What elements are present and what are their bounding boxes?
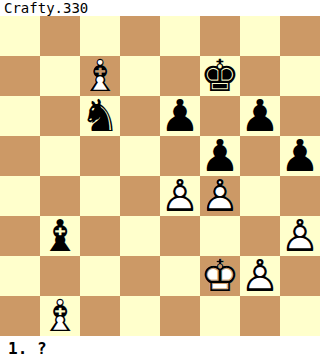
square-g6[interactable]: ♟ (240, 96, 280, 136)
square-c6[interactable]: ♞ (80, 96, 120, 136)
square-b3[interactable]: ♝ (40, 216, 80, 256)
piece-white-king: ♔ (200, 256, 240, 296)
window-title: Crafty.330 (0, 0, 320, 16)
piece-white-bishop-fill: ♝ (80, 56, 120, 96)
square-d6[interactable] (120, 96, 160, 136)
square-a8[interactable] (0, 16, 40, 56)
square-h3[interactable]: ♟♙ (280, 216, 320, 256)
square-g1[interactable] (240, 296, 280, 336)
square-d4[interactable] (120, 176, 160, 216)
piece-black-bishop: ♝ (40, 216, 80, 256)
square-c4[interactable] (80, 176, 120, 216)
square-c5[interactable] (80, 136, 120, 176)
piece-white-bishop: ♗ (80, 56, 120, 96)
square-b1[interactable]: ♝♗ (40, 296, 80, 336)
square-c7[interactable]: ♝♗ (80, 56, 120, 96)
piece-black-king: ♚ (200, 56, 240, 96)
square-e4[interactable]: ♟♙ (160, 176, 200, 216)
piece-white-pawn-fill: ♟ (200, 176, 240, 216)
square-f5[interactable]: ♟ (200, 136, 240, 176)
square-a4[interactable] (0, 176, 40, 216)
square-h5[interactable]: ♟ (280, 136, 320, 176)
square-g7[interactable] (240, 56, 280, 96)
square-b2[interactable] (40, 256, 80, 296)
square-d2[interactable] (120, 256, 160, 296)
chess-board: ♝♗♚♞♟♟♟♟♟♙♟♙♝♟♙♚♔♟♙♝♗ (0, 16, 320, 336)
piece-white-pawn-fill: ♟ (160, 176, 200, 216)
square-f8[interactable] (200, 16, 240, 56)
square-g2[interactable]: ♟♙ (240, 256, 280, 296)
square-e5[interactable] (160, 136, 200, 176)
square-g8[interactable] (240, 16, 280, 56)
square-a3[interactable] (0, 216, 40, 256)
piece-black-pawn: ♟ (240, 96, 280, 136)
square-h1[interactable] (280, 296, 320, 336)
square-a7[interactable] (0, 56, 40, 96)
square-b5[interactable] (40, 136, 80, 176)
square-g5[interactable] (240, 136, 280, 176)
square-b8[interactable] (40, 16, 80, 56)
piece-white-pawn: ♙ (200, 176, 240, 216)
square-e7[interactable] (160, 56, 200, 96)
square-d8[interactable] (120, 16, 160, 56)
square-f6[interactable] (200, 96, 240, 136)
piece-black-knight: ♞ (80, 96, 120, 136)
square-g4[interactable] (240, 176, 280, 216)
piece-white-bishop: ♗ (40, 296, 80, 336)
square-f3[interactable] (200, 216, 240, 256)
square-g3[interactable] (240, 216, 280, 256)
square-e3[interactable] (160, 216, 200, 256)
piece-black-pawn: ♟ (160, 96, 200, 136)
square-a2[interactable] (0, 256, 40, 296)
square-e2[interactable] (160, 256, 200, 296)
square-h7[interactable] (280, 56, 320, 96)
square-a5[interactable] (0, 136, 40, 176)
square-h6[interactable] (280, 96, 320, 136)
square-f1[interactable] (200, 296, 240, 336)
piece-white-pawn: ♙ (160, 176, 200, 216)
square-h2[interactable] (280, 256, 320, 296)
square-d7[interactable] (120, 56, 160, 96)
square-f4[interactable]: ♟♙ (200, 176, 240, 216)
move-prompt: 1. ? (0, 336, 320, 360)
square-e6[interactable]: ♟ (160, 96, 200, 136)
piece-white-pawn: ♙ (280, 216, 320, 256)
square-b6[interactable] (40, 96, 80, 136)
piece-white-bishop-fill: ♝ (40, 296, 80, 336)
square-h8[interactable] (280, 16, 320, 56)
piece-black-pawn: ♟ (280, 136, 320, 176)
piece-black-pawn: ♟ (200, 136, 240, 176)
square-c8[interactable] (80, 16, 120, 56)
square-d1[interactable] (120, 296, 160, 336)
square-d5[interactable] (120, 136, 160, 176)
square-d3[interactable] (120, 216, 160, 256)
square-c1[interactable] (80, 296, 120, 336)
piece-white-pawn-fill: ♟ (240, 256, 280, 296)
square-c2[interactable] (80, 256, 120, 296)
crafty-window: Crafty.330 ♝♗♚♞♟♟♟♟♟♙♟♙♝♟♙♚♔♟♙♝♗ 1. ? (0, 0, 320, 360)
square-e1[interactable] (160, 296, 200, 336)
square-b4[interactable] (40, 176, 80, 216)
square-f7[interactable]: ♚ (200, 56, 240, 96)
square-b7[interactable] (40, 56, 80, 96)
piece-white-pawn-fill: ♟ (280, 216, 320, 256)
square-f2[interactable]: ♚♔ (200, 256, 240, 296)
square-a6[interactable] (0, 96, 40, 136)
square-e8[interactable] (160, 16, 200, 56)
piece-white-pawn: ♙ (240, 256, 280, 296)
piece-white-king-fill: ♚ (200, 256, 240, 296)
square-a1[interactable] (0, 296, 40, 336)
square-c3[interactable] (80, 216, 120, 256)
square-h4[interactable] (280, 176, 320, 216)
